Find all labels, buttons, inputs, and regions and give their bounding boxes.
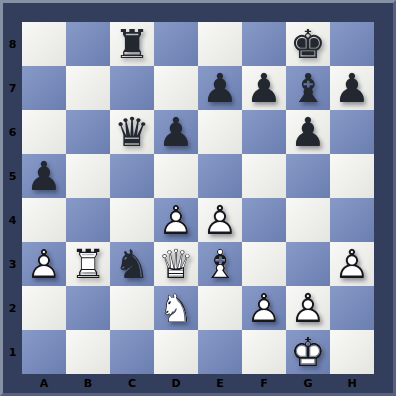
black-king[interactable]: ♚ xyxy=(286,22,330,66)
black-pawn[interactable]: ♟ xyxy=(330,66,374,110)
black-pawn[interactable]: ♟ xyxy=(22,154,66,198)
white-pawn[interactable]: ♟♙ xyxy=(330,242,374,286)
square-f4[interactable] xyxy=(242,198,286,242)
square-b4[interactable] xyxy=(66,198,110,242)
square-e3[interactable]: ♝♗ xyxy=(198,242,242,286)
black-rook[interactable]: ♜ xyxy=(110,22,154,66)
square-g1[interactable]: ♚♔ xyxy=(286,330,330,374)
file-label-d: D xyxy=(154,374,198,393)
square-c3[interactable]: ♞ xyxy=(110,242,154,286)
white-pawn-outline: ♙ xyxy=(198,198,242,242)
square-g5[interactable] xyxy=(286,154,330,198)
white-king-outline: ♔ xyxy=(286,330,330,374)
square-d1[interactable] xyxy=(154,330,198,374)
black-pawn-glyph: ♟ xyxy=(242,66,286,110)
square-b6[interactable] xyxy=(66,110,110,154)
square-g3[interactable] xyxy=(286,242,330,286)
square-h1[interactable] xyxy=(330,330,374,374)
rank-label-8: 8 xyxy=(3,22,22,66)
square-d6[interactable]: ♟ xyxy=(154,110,198,154)
square-b2[interactable] xyxy=(66,286,110,330)
white-pawn-outline: ♙ xyxy=(154,198,198,242)
black-pawn-glyph: ♟ xyxy=(286,110,330,154)
square-h5[interactable] xyxy=(330,154,374,198)
white-rook[interactable]: ♜♖ xyxy=(66,242,110,286)
file-label-f: F xyxy=(242,374,286,393)
square-h8[interactable] xyxy=(330,22,374,66)
square-c8[interactable]: ♜ xyxy=(110,22,154,66)
rank-label-4: 4 xyxy=(3,198,22,242)
square-g4[interactable] xyxy=(286,198,330,242)
rank-label-3: 3 xyxy=(3,242,22,286)
white-queen[interactable]: ♛♕ xyxy=(154,242,198,286)
file-label-g: G xyxy=(286,374,330,393)
square-b1[interactable] xyxy=(66,330,110,374)
chess-board-frame: 87654321 ♜♚♟♟♝♟♛♟♟♟♟♙♟♙♟♙♜♖♞♛♕♝♗♟♙♞♘♟♙♟♙… xyxy=(0,0,396,396)
square-f5[interactable] xyxy=(242,154,286,198)
square-h3[interactable]: ♟♙ xyxy=(330,242,374,286)
file-label-b: B xyxy=(66,374,110,393)
rank-labels: 87654321 xyxy=(3,22,22,374)
square-d7[interactable] xyxy=(154,66,198,110)
square-c4[interactable] xyxy=(110,198,154,242)
square-b5[interactable] xyxy=(66,154,110,198)
white-pawn-outline: ♙ xyxy=(286,286,330,330)
square-d5[interactable] xyxy=(154,154,198,198)
square-g6[interactable]: ♟ xyxy=(286,110,330,154)
square-d8[interactable] xyxy=(154,22,198,66)
file-labels: ABCDEFGH xyxy=(22,374,374,393)
white-pawn[interactable]: ♟♙ xyxy=(154,198,198,242)
black-king-glyph: ♚ xyxy=(286,22,330,66)
square-a6[interactable] xyxy=(22,110,66,154)
square-b8[interactable] xyxy=(66,22,110,66)
black-rook-glyph: ♜ xyxy=(110,22,154,66)
white-bishop[interactable]: ♝♗ xyxy=(198,242,242,286)
white-pawn-outline: ♙ xyxy=(22,242,66,286)
square-h7[interactable]: ♟ xyxy=(330,66,374,110)
square-e2[interactable] xyxy=(198,286,242,330)
square-g7[interactable]: ♝ xyxy=(286,66,330,110)
square-f2[interactable]: ♟♙ xyxy=(242,286,286,330)
square-f3[interactable] xyxy=(242,242,286,286)
black-pawn-glyph: ♟ xyxy=(22,154,66,198)
square-a4[interactable] xyxy=(22,198,66,242)
rank-label-2: 2 xyxy=(3,286,22,330)
square-e6[interactable] xyxy=(198,110,242,154)
square-f1[interactable] xyxy=(242,330,286,374)
square-e1[interactable] xyxy=(198,330,242,374)
black-pawn[interactable]: ♟ xyxy=(154,110,198,154)
black-pawn-glyph: ♟ xyxy=(330,66,374,110)
black-knight-glyph: ♞ xyxy=(110,242,154,286)
black-queen[interactable]: ♛ xyxy=(110,110,154,154)
square-c6[interactable]: ♛ xyxy=(110,110,154,154)
square-h2[interactable] xyxy=(330,286,374,330)
white-pawn-outline: ♙ xyxy=(242,286,286,330)
white-pawn[interactable]: ♟♙ xyxy=(198,198,242,242)
white-queen-outline: ♕ xyxy=(154,242,198,286)
square-b7[interactable] xyxy=(66,66,110,110)
square-f6[interactable] xyxy=(242,110,286,154)
square-c1[interactable] xyxy=(110,330,154,374)
white-pawn-outline: ♙ xyxy=(330,242,374,286)
square-a3[interactable]: ♟♙ xyxy=(22,242,66,286)
file-label-a: A xyxy=(22,374,66,393)
black-pawn[interactable]: ♟ xyxy=(198,66,242,110)
white-rook-outline: ♖ xyxy=(66,242,110,286)
square-g8[interactable]: ♚ xyxy=(286,22,330,66)
square-b3[interactable]: ♜♖ xyxy=(66,242,110,286)
white-pawn[interactable]: ♟♙ xyxy=(242,286,286,330)
square-d4[interactable]: ♟♙ xyxy=(154,198,198,242)
rank-label-7: 7 xyxy=(3,66,22,110)
square-a5[interactable]: ♟ xyxy=(22,154,66,198)
black-pawn[interactable]: ♟ xyxy=(242,66,286,110)
square-d2[interactable]: ♞♘ xyxy=(154,286,198,330)
rank-label-1: 1 xyxy=(3,330,22,374)
square-h6[interactable] xyxy=(330,110,374,154)
file-label-c: C xyxy=(110,374,154,393)
black-bishop-glyph: ♝ xyxy=(286,66,330,110)
file-label-h: H xyxy=(330,374,374,393)
file-label-e: E xyxy=(198,374,242,393)
white-pawn[interactable]: ♟♙ xyxy=(22,242,66,286)
square-a8[interactable] xyxy=(22,22,66,66)
black-knight[interactable]: ♞ xyxy=(110,242,154,286)
square-e7[interactable]: ♟ xyxy=(198,66,242,110)
white-king[interactable]: ♚♔ xyxy=(286,330,330,374)
black-pawn[interactable]: ♟ xyxy=(286,110,330,154)
square-h4[interactable] xyxy=(330,198,374,242)
rank-label-5: 5 xyxy=(3,154,22,198)
square-c7[interactable] xyxy=(110,66,154,110)
black-bishop[interactable]: ♝ xyxy=(286,66,330,110)
square-a1[interactable] xyxy=(22,330,66,374)
square-f8[interactable] xyxy=(242,22,286,66)
square-g2[interactable]: ♟♙ xyxy=(286,286,330,330)
black-pawn-glyph: ♟ xyxy=(154,110,198,154)
square-d3[interactable]: ♛♕ xyxy=(154,242,198,286)
square-e4[interactable]: ♟♙ xyxy=(198,198,242,242)
square-c2[interactable] xyxy=(110,286,154,330)
square-e8[interactable] xyxy=(198,22,242,66)
square-f7[interactable]: ♟ xyxy=(242,66,286,110)
square-c5[interactable] xyxy=(110,154,154,198)
rank-label-6: 6 xyxy=(3,110,22,154)
square-e5[interactable] xyxy=(198,154,242,198)
chess-board[interactable]: ♜♚♟♟♝♟♛♟♟♟♟♙♟♙♟♙♜♖♞♛♕♝♗♟♙♞♘♟♙♟♙♚♔ xyxy=(22,22,374,374)
white-knight-outline: ♘ xyxy=(154,286,198,330)
square-a2[interactable] xyxy=(22,286,66,330)
white-pawn[interactable]: ♟♙ xyxy=(286,286,330,330)
square-a7[interactable] xyxy=(22,66,66,110)
black-pawn-glyph: ♟ xyxy=(198,66,242,110)
white-knight[interactable]: ♞♘ xyxy=(154,286,198,330)
black-queen-glyph: ♛ xyxy=(110,110,154,154)
white-bishop-outline: ♗ xyxy=(198,242,242,286)
